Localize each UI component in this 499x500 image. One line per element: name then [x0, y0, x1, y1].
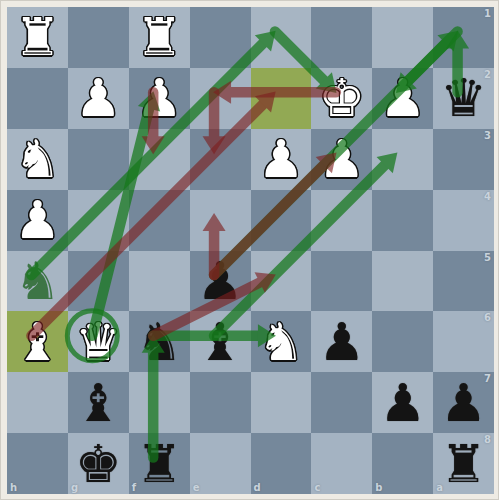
rank-label-5: 5 [484, 252, 491, 263]
highlight-d2 [251, 68, 312, 129]
square-b6[interactable] [372, 311, 433, 372]
square-f6[interactable]: ♞ [129, 311, 190, 372]
rank-label-4: 4 [484, 191, 491, 202]
square-d5[interactable] [251, 251, 312, 312]
rank-label-3: 3 [484, 130, 491, 141]
square-h2[interactable] [7, 68, 68, 129]
square-f7[interactable] [129, 372, 190, 433]
white-pawn-h4[interactable]: ♟ [7, 190, 68, 251]
square-f3[interactable] [129, 129, 190, 190]
black-bishop-g7[interactable]: ♝ [68, 372, 129, 433]
square-d3[interactable]: ♟ [251, 129, 312, 190]
square-b1[interactable] [372, 7, 433, 68]
file-label-h: h [10, 482, 17, 493]
square-h8[interactable]: h [7, 433, 68, 494]
square-d6[interactable]: ♞ [251, 311, 312, 372]
square-c3[interactable]: ♟ [311, 129, 372, 190]
square-g7[interactable]: ♝ [68, 372, 129, 433]
square-f2[interactable]: ♟ [129, 68, 190, 129]
square-g2[interactable]: ♟ [68, 68, 129, 129]
square-a6[interactable]: 6 [433, 311, 494, 372]
square-b5[interactable] [372, 251, 433, 312]
square-f4[interactable] [129, 190, 190, 251]
square-h5[interactable]: ♞ [7, 251, 68, 312]
square-g1[interactable] [68, 7, 129, 68]
square-e1[interactable] [190, 7, 251, 68]
white-rook-h1[interactable]: ♜ [7, 7, 68, 68]
rank-label-7: 7 [484, 373, 491, 384]
file-label-g: g [71, 482, 78, 493]
square-g5[interactable] [68, 251, 129, 312]
square-f1[interactable]: ♜ [129, 7, 190, 68]
square-a3[interactable]: 3 [433, 129, 494, 190]
square-h4[interactable]: ♟ [7, 190, 68, 251]
white-pawn-f2[interactable]: ♟ [129, 68, 190, 129]
white-king-c2[interactable]: ♚ [311, 68, 372, 129]
square-b2[interactable]: ♟ [372, 68, 433, 129]
chess-board[interactable]: ♜♜1♟♟♚♟♛2♞♟♟3♟4♞♟5♝♛♞♝♞♟6♝♟♟7h♚g♜fedcb♜a… [7, 7, 494, 494]
black-knight-f6[interactable]: ♞ [129, 311, 190, 372]
rank-label-8: 8 [484, 434, 491, 445]
white-knight-h3[interactable]: ♞ [7, 129, 68, 190]
square-c8[interactable]: c [311, 433, 372, 494]
square-b8[interactable]: b [372, 433, 433, 494]
square-c4[interactable] [311, 190, 372, 251]
square-h3[interactable]: ♞ [7, 129, 68, 190]
white-rook-f1[interactable]: ♜ [129, 7, 190, 68]
square-e7[interactable] [190, 372, 251, 433]
file-label-d: d [254, 482, 261, 493]
square-d1[interactable] [251, 7, 312, 68]
square-g3[interactable] [68, 129, 129, 190]
square-e6[interactable]: ♝ [190, 311, 251, 372]
file-label-c: c [314, 482, 320, 493]
square-c7[interactable] [311, 372, 372, 433]
square-b4[interactable] [372, 190, 433, 251]
square-a4[interactable]: 4 [433, 190, 494, 251]
square-h1[interactable]: ♜ [7, 7, 68, 68]
rank-label-6: 6 [484, 312, 491, 323]
rank-label-2: 2 [484, 69, 491, 80]
file-label-f: f [132, 482, 136, 493]
square-d2[interactable] [251, 68, 312, 129]
black-pawn-e5[interactable]: ♟ [190, 251, 251, 312]
black-pawn-b7[interactable]: ♟ [372, 372, 433, 433]
white-pawn-g2[interactable]: ♟ [68, 68, 129, 129]
square-c6[interactable]: ♟ [311, 311, 372, 372]
rank-label-1: 1 [484, 8, 491, 19]
square-b7[interactable]: ♟ [372, 372, 433, 433]
square-a2[interactable]: ♛2 [433, 68, 494, 129]
image-frame: ♜♜1♟♟♚♟♛2♞♟♟3♟4♞♟5♝♛♞♝♞♟6♝♟♟7h♚g♜fedcb♜a… [0, 0, 499, 500]
white-queen-g6[interactable]: ♛ [68, 311, 129, 372]
square-b3[interactable] [372, 129, 433, 190]
square-c5[interactable] [311, 251, 372, 312]
square-e2[interactable] [190, 68, 251, 129]
square-g8[interactable]: ♚g [68, 433, 129, 494]
square-a5[interactable]: 5 [433, 251, 494, 312]
white-pawn-d3[interactable]: ♟ [251, 129, 312, 190]
square-a8[interactable]: ♜a8 [433, 433, 494, 494]
square-c2[interactable]: ♚ [311, 68, 372, 129]
square-a7[interactable]: ♟7 [433, 372, 494, 433]
file-label-a: a [436, 482, 443, 493]
black-rook-f8[interactable]: ♜ [129, 433, 190, 494]
ghost-knight-h5: ♞ [7, 251, 68, 312]
square-g4[interactable] [68, 190, 129, 251]
square-e4[interactable] [190, 190, 251, 251]
white-pawn-b2[interactable]: ♟ [372, 68, 433, 129]
black-bishop-e6[interactable]: ♝ [190, 311, 251, 372]
square-f8[interactable]: ♜f [129, 433, 190, 494]
square-c1[interactable] [311, 7, 372, 68]
white-bishop-h6[interactable]: ♝ [7, 311, 68, 372]
file-label-e: e [193, 482, 200, 493]
square-d8[interactable]: d [251, 433, 312, 494]
square-a1[interactable]: 1 [433, 7, 494, 68]
square-d7[interactable] [251, 372, 312, 433]
white-knight-d6[interactable]: ♞ [251, 311, 312, 372]
black-pawn-c6[interactable]: ♟ [311, 311, 372, 372]
square-h6[interactable]: ♝ [7, 311, 68, 372]
square-h7[interactable] [7, 372, 68, 433]
square-g6[interactable]: ♛ [68, 311, 129, 372]
square-d4[interactable] [251, 190, 312, 251]
file-label-b: b [375, 482, 382, 493]
square-e5[interactable]: ♟ [190, 251, 251, 312]
square-e8[interactable]: e [190, 433, 251, 494]
white-pawn-c3[interactable]: ♟ [311, 129, 372, 190]
square-e3[interactable] [190, 129, 251, 190]
square-f5[interactable] [129, 251, 190, 312]
